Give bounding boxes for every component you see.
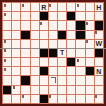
cell-r7c11[interactable] (95, 58, 103, 66)
cell-r5c5[interactable] (40, 40, 48, 48)
cell-r10c8[interactable] (67, 86, 75, 94)
cell-r4c11[interactable] (95, 31, 103, 39)
cell-r6c8[interactable] (67, 49, 75, 57)
black-cell-r8c10 (86, 67, 94, 75)
clue-number-mark (4, 40, 6, 43)
cell-r1c7[interactable] (58, 3, 66, 11)
cell-r10c2[interactable] (12, 86, 20, 94)
cell-r10c5[interactable] (40, 86, 48, 94)
cell-r5c4[interactable] (31, 40, 39, 48)
cell-r5c8[interactable] (67, 40, 75, 48)
cell-r6c2[interactable] (12, 49, 20, 57)
cell-r10c6[interactable] (49, 86, 57, 94)
cell-r8c2[interactable] (12, 67, 20, 75)
cell-letter: H (96, 3, 101, 10)
black-cell-r4c7 (58, 31, 66, 39)
cell-r4c1[interactable] (3, 31, 11, 39)
clue-number-mark (22, 95, 24, 98)
cell-r5c2[interactable] (12, 40, 20, 48)
clue-number-mark (4, 68, 6, 71)
black-cell-r9c3 (21, 76, 29, 84)
cell-r9c5[interactable] (40, 76, 48, 84)
cell-r11c10[interactable] (86, 95, 94, 103)
cell-r4c10[interactable] (86, 31, 94, 39)
cell-r1c11[interactable]: H (95, 3, 103, 11)
cell-r2c7[interactable] (58, 12, 66, 20)
cell-r11c8[interactable] (67, 95, 75, 103)
cell-r8c6[interactable] (49, 67, 57, 75)
cell-r1c8[interactable] (67, 3, 75, 11)
cell-r3c4[interactable] (31, 21, 39, 29)
cell-r9c6[interactable] (49, 76, 57, 84)
cell-r1c2[interactable] (12, 3, 20, 11)
cell-r10c10[interactable] (86, 86, 94, 94)
cell-r9c2[interactable] (12, 76, 20, 84)
cell-r4c4[interactable] (31, 31, 39, 39)
cell-r9c1[interactable] (3, 76, 11, 84)
cell-r8c11[interactable]: N (95, 67, 103, 75)
cell-r5c1[interactable] (3, 40, 11, 48)
cell-r4c6[interactable] (49, 31, 57, 39)
black-cell-r4c3 (21, 31, 29, 39)
cell-r11c9[interactable] (76, 95, 84, 103)
clue-number-mark (4, 59, 6, 62)
cell-r7c10[interactable] (86, 58, 94, 66)
cell-r11c4[interactable] (31, 95, 39, 103)
cell-r8c3[interactable] (21, 67, 29, 75)
black-cell-r7c8 (67, 58, 75, 66)
cell-r5c3[interactable] (21, 40, 29, 48)
cell-r5c7[interactable] (58, 40, 66, 48)
cell-r11c6[interactable] (49, 95, 57, 103)
crossword-board: RHWTN (0, 0, 106, 106)
black-cell-r3c9 (76, 21, 84, 29)
cell-r8c7[interactable] (58, 67, 66, 75)
cell-r8c1[interactable] (3, 67, 11, 75)
clue-number-mark (40, 22, 42, 25)
clue-number-mark (86, 40, 88, 43)
black-cell-r4c9 (76, 31, 84, 39)
clue-number-mark (4, 49, 6, 52)
clue-number-mark (95, 31, 97, 34)
cell-r5c6[interactable] (49, 40, 57, 48)
cell-r5c11[interactable]: W (95, 40, 103, 48)
black-cell-r8c5 (40, 67, 48, 75)
cell-r7c3[interactable] (21, 58, 29, 66)
clue-number-mark (22, 4, 24, 7)
cell-r2c11[interactable] (95, 12, 103, 20)
cell-r11c7[interactable] (58, 95, 66, 103)
cell-r4c2[interactable] (12, 31, 20, 39)
cell-r3c1[interactable] (3, 21, 11, 29)
cell-r1c5[interactable]: R (40, 3, 48, 11)
cell-r9c11[interactable] (95, 76, 103, 84)
cell-r6c10[interactable] (86, 49, 94, 57)
cell-letter: W (96, 40, 103, 47)
clue-number-mark (95, 95, 97, 98)
cell-r6c7[interactable]: T (58, 49, 66, 57)
cell-r3c2[interactable] (12, 21, 20, 29)
crossword-grid: RHWTN (0, 0, 106, 106)
cell-r1c6[interactable] (49, 3, 57, 11)
cell-r10c3[interactable] (21, 86, 29, 94)
cell-r2c6[interactable] (49, 12, 57, 20)
cell-r1c3[interactable] (21, 3, 29, 11)
cell-r3c3[interactable] (21, 21, 29, 29)
cell-r1c9[interactable] (76, 3, 84, 11)
cell-r1c1[interactable] (3, 3, 11, 11)
cell-r4c5[interactable] (40, 31, 48, 39)
cell-r8c4[interactable] (31, 67, 39, 75)
cell-r6c9[interactable] (76, 49, 84, 57)
cell-r2c1[interactable] (3, 12, 11, 20)
cell-r7c2[interactable] (12, 58, 20, 66)
cell-r2c4[interactable] (31, 12, 39, 20)
cell-r8c9[interactable] (76, 67, 84, 75)
cell-r11c1[interactable] (3, 95, 11, 103)
cell-r5c9[interactable] (76, 40, 84, 48)
black-cell-r6c6 (49, 49, 57, 57)
pencil-corner-mark (51, 77, 56, 83)
cell-r2c3[interactable] (21, 12, 29, 20)
black-cell-r2c5 (40, 12, 48, 20)
black-cell-r10c1 (3, 86, 11, 94)
cell-r3c10[interactable] (86, 21, 94, 29)
cell-r7c5[interactable] (40, 58, 48, 66)
cell-r3c7[interactable] (58, 21, 66, 29)
cell-r10c11[interactable] (95, 86, 103, 94)
clue-number-mark (49, 95, 51, 98)
cell-r6c1[interactable] (3, 49, 11, 57)
cell-r7c9[interactable] (76, 58, 84, 66)
clue-number-mark (13, 86, 15, 89)
cell-r10c4[interactable] (31, 86, 39, 94)
cell-r3c6[interactable] (49, 21, 57, 29)
cell-r7c4[interactable] (31, 58, 39, 66)
cell-r10c9[interactable] (76, 86, 84, 94)
cell-r2c2[interactable] (12, 12, 20, 20)
cell-r6c4[interactable] (31, 49, 39, 57)
cell-r2c10[interactable] (86, 12, 94, 20)
cell-r2c9[interactable] (76, 12, 84, 20)
cell-r1c10[interactable] (86, 3, 94, 11)
cell-r11c2[interactable] (12, 95, 20, 103)
cell-r11c11[interactable] (95, 95, 103, 103)
cell-r9c4[interactable] (31, 76, 39, 84)
cell-r7c1[interactable] (3, 58, 11, 66)
cell-r9c8[interactable] (67, 76, 75, 84)
black-cell-r11c5 (40, 95, 48, 103)
clue-number-mark (4, 4, 6, 7)
row-divider-line (0, 48, 106, 49)
cell-r3c8[interactable] (67, 21, 75, 29)
cell-r3c5[interactable] (40, 21, 48, 29)
cell-letter: N (96, 67, 101, 74)
clue-number-mark (77, 59, 79, 62)
cell-r7c6[interactable] (49, 58, 57, 66)
cell-r8c8[interactable] (67, 67, 75, 75)
cell-r10c7[interactable] (58, 86, 66, 94)
cell-r9c10[interactable] (86, 76, 94, 84)
cell-r11c3[interactable] (21, 95, 29, 103)
clue-number-mark (4, 13, 6, 16)
cell-r1c4[interactable] (31, 3, 39, 11)
clue-number-mark (49, 4, 51, 7)
cell-letter: R (41, 3, 46, 10)
clue-number-mark (77, 4, 79, 7)
black-cell-r6c5 (40, 49, 48, 57)
black-cell-r3c11 (95, 21, 103, 29)
cell-r6c3[interactable] (21, 49, 29, 57)
clue-number-mark (86, 22, 88, 25)
cell-r9c9[interactable] (76, 76, 84, 84)
cell-letter: T (60, 49, 64, 56)
black-cell-r6c11 (95, 49, 103, 57)
cell-r9c7[interactable] (58, 76, 66, 84)
cell-r5c10[interactable] (86, 40, 94, 48)
cell-r4c8[interactable] (67, 31, 75, 39)
cell-r7c7[interactable] (58, 58, 66, 66)
black-cell-r2c8 (67, 12, 75, 20)
